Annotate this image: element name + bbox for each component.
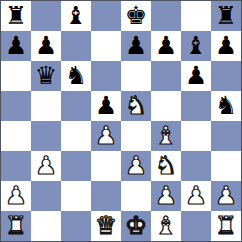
square-d2[interactable] [91, 181, 121, 211]
square-b8[interactable] [31, 1, 61, 31]
black-pawn[interactable]: ♟ [5, 31, 27, 61]
square-a1[interactable]: ♜ [1, 211, 31, 241]
square-e2[interactable] [121, 181, 151, 211]
black-rook[interactable]: ♜ [215, 1, 237, 31]
square-a4[interactable] [1, 121, 31, 151]
black-pawn[interactable]: ♟ [95, 91, 117, 121]
square-g2[interactable]: ♟ [181, 181, 211, 211]
square-a7[interactable]: ♟ [1, 31, 31, 61]
white-pawn[interactable]: ♟ [5, 181, 27, 211]
square-c2[interactable] [61, 181, 91, 211]
square-e7[interactable]: ♟ [121, 31, 151, 61]
white-queen[interactable]: ♛ [95, 211, 117, 241]
square-f7[interactable]: ♟ [151, 31, 181, 61]
white-bishop[interactable]: ♝ [155, 121, 177, 151]
square-f6[interactable] [151, 61, 181, 91]
square-b6[interactable]: ♛ [31, 61, 61, 91]
black-bishop[interactable]: ♝ [65, 1, 87, 31]
square-e8[interactable]: ♚ [121, 1, 151, 31]
square-c4[interactable] [61, 121, 91, 151]
square-a2[interactable]: ♟ [1, 181, 31, 211]
square-h3[interactable] [211, 151, 241, 181]
square-b5[interactable] [31, 91, 61, 121]
square-h2[interactable]: ♟ [211, 181, 241, 211]
white-pawn[interactable]: ♟ [155, 181, 177, 211]
black-knight[interactable]: ♞ [215, 91, 237, 121]
square-f1[interactable]: ♝ [151, 211, 181, 241]
square-e6[interactable] [121, 61, 151, 91]
square-g7[interactable]: ♝ [181, 31, 211, 61]
square-g8[interactable] [181, 1, 211, 31]
square-h1[interactable]: ♜ [211, 211, 241, 241]
white-bishop[interactable]: ♝ [155, 211, 177, 241]
square-d6[interactable] [91, 61, 121, 91]
square-h8[interactable]: ♜ [211, 1, 241, 31]
black-bishop[interactable]: ♝ [185, 31, 207, 61]
black-knight[interactable]: ♞ [65, 61, 87, 91]
white-rook[interactable]: ♜ [5, 211, 27, 241]
square-a3[interactable] [1, 151, 31, 181]
black-rook[interactable]: ♜ [5, 1, 27, 31]
square-c6[interactable]: ♞ [61, 61, 91, 91]
square-b3[interactable]: ♟ [31, 151, 61, 181]
square-g4[interactable] [181, 121, 211, 151]
square-e5[interactable]: ♞ [121, 91, 151, 121]
white-pawn[interactable]: ♟ [215, 181, 237, 211]
white-knight[interactable]: ♞ [155, 151, 177, 181]
square-c7[interactable] [61, 31, 91, 61]
white-rook[interactable]: ♜ [215, 211, 237, 241]
black-pawn[interactable]: ♟ [185, 61, 207, 91]
white-pawn[interactable]: ♟ [35, 151, 57, 181]
square-c1[interactable] [61, 211, 91, 241]
square-b2[interactable] [31, 181, 61, 211]
square-a5[interactable] [1, 91, 31, 121]
square-e4[interactable] [121, 121, 151, 151]
square-d7[interactable] [91, 31, 121, 61]
black-pawn[interactable]: ♟ [155, 31, 177, 61]
square-f4[interactable]: ♝ [151, 121, 181, 151]
square-d1[interactable]: ♛ [91, 211, 121, 241]
square-f8[interactable] [151, 1, 181, 31]
white-knight[interactable]: ♞ [125, 91, 147, 121]
square-g6[interactable]: ♟ [181, 61, 211, 91]
square-g1[interactable] [181, 211, 211, 241]
white-king[interactable]: ♚ [125, 211, 147, 241]
black-pawn[interactable]: ♟ [215, 31, 237, 61]
square-h4[interactable] [211, 121, 241, 151]
black-pawn[interactable]: ♟ [35, 31, 57, 61]
square-a8[interactable]: ♜ [1, 1, 31, 31]
square-f3[interactable]: ♞ [151, 151, 181, 181]
square-d4[interactable]: ♟ [91, 121, 121, 151]
chess-board-frame: ♜♝♚♜♟♟♟♟♝♟♛♞♟♟♞♞♟♝♟♟♞♟♟♟♟♜♛♚♝♜ [0, 0, 242, 242]
square-g3[interactable] [181, 151, 211, 181]
square-b4[interactable] [31, 121, 61, 151]
square-c8[interactable]: ♝ [61, 1, 91, 31]
white-pawn[interactable]: ♟ [125, 151, 147, 181]
square-f2[interactable]: ♟ [151, 181, 181, 211]
square-g5[interactable] [181, 91, 211, 121]
square-d3[interactable] [91, 151, 121, 181]
black-pawn[interactable]: ♟ [125, 31, 147, 61]
white-pawn[interactable]: ♟ [185, 181, 207, 211]
black-king[interactable]: ♚ [125, 1, 147, 31]
square-b1[interactable] [31, 211, 61, 241]
square-d5[interactable]: ♟ [91, 91, 121, 121]
square-d8[interactable] [91, 1, 121, 31]
square-e1[interactable]: ♚ [121, 211, 151, 241]
square-h7[interactable]: ♟ [211, 31, 241, 61]
black-queen[interactable]: ♛ [35, 61, 57, 91]
square-c5[interactable] [61, 91, 91, 121]
chess-board: ♜♝♚♜♟♟♟♟♝♟♛♞♟♟♞♞♟♝♟♟♞♟♟♟♟♜♛♚♝♜ [1, 1, 241, 241]
square-h6[interactable] [211, 61, 241, 91]
white-pawn[interactable]: ♟ [95, 121, 117, 151]
square-a6[interactable] [1, 61, 31, 91]
square-b7[interactable]: ♟ [31, 31, 61, 61]
square-e3[interactable]: ♟ [121, 151, 151, 181]
square-h5[interactable]: ♞ [211, 91, 241, 121]
square-f5[interactable] [151, 91, 181, 121]
square-c3[interactable] [61, 151, 91, 181]
